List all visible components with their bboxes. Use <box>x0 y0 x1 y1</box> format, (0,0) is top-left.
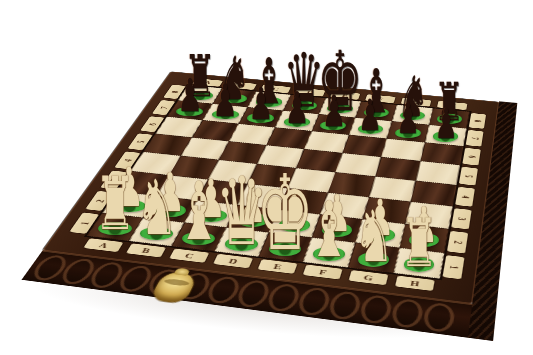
piece-black-pawn-d7[interactable]: ♟ <box>285 92 309 124</box>
piece-white-bishop-c1[interactable]: ♝ <box>177 183 221 241</box>
piece-white-rook-a1[interactable]: ♜ <box>95 178 136 231</box>
piece-black-pawn-c7[interactable]: ♟ <box>248 88 273 120</box>
scene: AABBCCDDEEFFGGHH1122334455667788 ♜♞♝♛♚♝♞… <box>0 0 533 355</box>
piece-white-bishop-f1[interactable]: ♝ <box>308 202 351 257</box>
piece-white-rook-h1[interactable]: ♜ <box>400 220 437 268</box>
piece-white-knight-b1[interactable]: ♞ <box>135 181 177 236</box>
pieces-layer: ♜♞♝♛♚♝♞♜♟♟♟♟♟♟♟♟♟♟♟♟♟♟♟♟♜♞♝♛♚♝♞♜ <box>0 0 533 355</box>
piece-white-knight-g1[interactable]: ♞ <box>354 211 393 262</box>
piece-black-pawn-e7[interactable]: ♟ <box>321 96 345 127</box>
piece-black-pawn-g7[interactable]: ♟ <box>396 104 420 135</box>
piece-black-pawn-a7[interactable]: ♟ <box>177 80 202 113</box>
piece-white-king-e1[interactable]: ♚ <box>256 176 314 251</box>
piece-black-pawn-b7[interactable]: ♟ <box>213 84 238 116</box>
piece-black-pawn-f7[interactable]: ♟ <box>358 100 382 131</box>
piece-black-pawn-h7[interactable]: ♟ <box>434 108 457 138</box>
